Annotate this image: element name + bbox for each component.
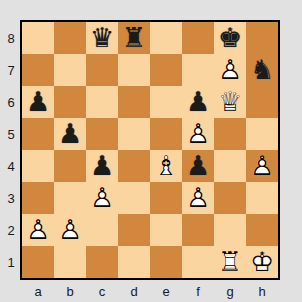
square-b7[interactable] — [54, 54, 86, 86]
white-piece-outline: ♕ — [214, 86, 246, 118]
square-e2[interactable] — [150, 214, 182, 246]
square-e4[interactable]: ♝♗ — [150, 150, 182, 182]
black-piece-glyph: ♜ — [118, 22, 150, 54]
rank-label-1: 1 — [3, 246, 19, 278]
white-piece-outline: ♔ — [246, 246, 278, 278]
white-piece-outline: ♖ — [214, 246, 246, 278]
black-piece-glyph: ♟ — [86, 150, 118, 182]
square-e6[interactable] — [150, 86, 182, 118]
square-a3[interactable] — [22, 182, 54, 214]
square-h2[interactable] — [246, 214, 278, 246]
square-c7[interactable] — [86, 54, 118, 86]
square-d8[interactable]: ♜ — [118, 22, 150, 54]
square-b1[interactable] — [54, 246, 86, 278]
square-f4[interactable]: ♟ — [182, 150, 214, 182]
square-c1[interactable] — [86, 246, 118, 278]
piece-white-pawn[interactable]: ♟♙ — [182, 182, 214, 214]
square-a8[interactable] — [22, 22, 54, 54]
square-h5[interactable] — [246, 118, 278, 150]
piece-black-pawn[interactable]: ♟ — [182, 86, 214, 118]
white-piece-outline: ♙ — [86, 182, 118, 214]
square-h7[interactable]: ♞ — [246, 54, 278, 86]
piece-white-king[interactable]: ♚♔ — [246, 246, 278, 278]
square-c2[interactable] — [86, 214, 118, 246]
white-piece-outline: ♙ — [182, 118, 214, 150]
chess-diagram: ♛♜♚♟♙♞♟♟♛♕♟♟♙♟♝♗♟♟♙♟♙♟♙♟♙♟♙♜♖♚♔ 87654321… — [0, 0, 302, 302]
square-d1[interactable] — [118, 246, 150, 278]
square-g8[interactable]: ♚ — [214, 22, 246, 54]
square-b8[interactable] — [54, 22, 86, 54]
square-e3[interactable] — [150, 182, 182, 214]
white-piece-outline: ♙ — [22, 214, 54, 246]
file-label-c: c — [86, 282, 118, 300]
black-piece-glyph: ♟ — [182, 86, 214, 118]
piece-black-queen[interactable]: ♛ — [86, 22, 118, 54]
piece-black-knight[interactable]: ♞ — [246, 54, 278, 86]
square-f2[interactable] — [182, 214, 214, 246]
piece-white-pawn[interactable]: ♟♙ — [22, 214, 54, 246]
piece-black-king[interactable]: ♚ — [214, 22, 246, 54]
square-h1[interactable]: ♚♔ — [246, 246, 278, 278]
square-a7[interactable] — [22, 54, 54, 86]
black-piece-glyph: ♟ — [22, 86, 54, 118]
white-piece-outline: ♙ — [214, 54, 246, 86]
square-c8[interactable]: ♛ — [86, 22, 118, 54]
square-g3[interactable] — [214, 182, 246, 214]
rank-label-4: 4 — [3, 150, 19, 182]
piece-black-pawn[interactable]: ♟ — [54, 118, 86, 150]
rank-label-8: 8 — [3, 22, 19, 54]
square-b4[interactable] — [54, 150, 86, 182]
piece-black-pawn[interactable]: ♟ — [86, 150, 118, 182]
piece-white-pawn[interactable]: ♟♙ — [246, 150, 278, 182]
square-b2[interactable]: ♟♙ — [54, 214, 86, 246]
square-c6[interactable] — [86, 86, 118, 118]
piece-white-pawn[interactable]: ♟♙ — [214, 54, 246, 86]
square-g4[interactable] — [214, 150, 246, 182]
square-f8[interactable] — [182, 22, 214, 54]
rank-label-2: 2 — [3, 214, 19, 246]
square-g7[interactable]: ♟♙ — [214, 54, 246, 86]
black-piece-glyph: ♟ — [182, 150, 214, 182]
file-label-g: g — [214, 282, 246, 300]
file-label-d: d — [118, 282, 150, 300]
piece-white-pawn[interactable]: ♟♙ — [182, 118, 214, 150]
square-d7[interactable] — [118, 54, 150, 86]
square-d2[interactable] — [118, 214, 150, 246]
square-c4[interactable]: ♟ — [86, 150, 118, 182]
file-label-e: e — [150, 282, 182, 300]
rank-label-7: 7 — [3, 54, 19, 86]
square-e1[interactable] — [150, 246, 182, 278]
square-g2[interactable] — [214, 214, 246, 246]
square-f7[interactable] — [182, 54, 214, 86]
piece-white-pawn[interactable]: ♟♙ — [54, 214, 86, 246]
square-d5[interactable] — [118, 118, 150, 150]
piece-white-queen[interactable]: ♛♕ — [214, 86, 246, 118]
white-piece-outline: ♗ — [150, 150, 182, 182]
rank-label-3: 3 — [3, 182, 19, 214]
square-g6[interactable]: ♛♕ — [214, 86, 246, 118]
square-d4[interactable] — [118, 150, 150, 182]
piece-white-bishop[interactable]: ♝♗ — [150, 150, 182, 182]
square-c5[interactable] — [86, 118, 118, 150]
square-g5[interactable] — [214, 118, 246, 150]
piece-black-pawn[interactable]: ♟ — [182, 150, 214, 182]
square-a2[interactable]: ♟♙ — [22, 214, 54, 246]
file-label-h: h — [246, 282, 278, 300]
black-piece-glyph: ♚ — [214, 22, 246, 54]
black-piece-glyph: ♟ — [54, 118, 86, 150]
square-g1[interactable]: ♜♖ — [214, 246, 246, 278]
chess-board: ♛♜♚♟♙♞♟♟♛♕♟♟♙♟♝♗♟♟♙♟♙♟♙♟♙♟♙♜♖♚♔ — [20, 20, 280, 280]
square-h4[interactable]: ♟♙ — [246, 150, 278, 182]
square-f6[interactable]: ♟ — [182, 86, 214, 118]
rank-label-5: 5 — [3, 118, 19, 150]
square-a6[interactable]: ♟ — [22, 86, 54, 118]
square-f5[interactable]: ♟♙ — [182, 118, 214, 150]
piece-black-rook[interactable]: ♜ — [118, 22, 150, 54]
rank-label-6: 6 — [3, 86, 19, 118]
piece-white-rook[interactable]: ♜♖ — [214, 246, 246, 278]
square-a1[interactable] — [22, 246, 54, 278]
square-f3[interactable]: ♟♙ — [182, 182, 214, 214]
square-f1[interactable] — [182, 246, 214, 278]
white-piece-outline: ♙ — [54, 214, 86, 246]
black-piece-glyph: ♛ — [86, 22, 118, 54]
white-piece-outline: ♙ — [246, 150, 278, 182]
file-label-b: b — [54, 282, 86, 300]
square-e8[interactable] — [150, 22, 182, 54]
piece-black-pawn[interactable]: ♟ — [22, 86, 54, 118]
square-e5[interactable] — [150, 118, 182, 150]
square-b3[interactable] — [54, 182, 86, 214]
piece-white-pawn[interactable]: ♟♙ — [86, 182, 118, 214]
square-a5[interactable] — [22, 118, 54, 150]
white-piece-outline: ♙ — [182, 182, 214, 214]
square-h3[interactable] — [246, 182, 278, 214]
square-d6[interactable] — [118, 86, 150, 118]
square-b5[interactable]: ♟ — [54, 118, 86, 150]
square-e7[interactable] — [150, 54, 182, 86]
file-label-a: a — [22, 282, 54, 300]
square-c3[interactable]: ♟♙ — [86, 182, 118, 214]
black-piece-glyph: ♞ — [246, 54, 278, 86]
square-a4[interactable] — [22, 150, 54, 182]
square-h8[interactable] — [246, 22, 278, 54]
square-h6[interactable] — [246, 86, 278, 118]
file-label-f: f — [182, 282, 214, 300]
square-b6[interactable] — [54, 86, 86, 118]
square-d3[interactable] — [118, 182, 150, 214]
